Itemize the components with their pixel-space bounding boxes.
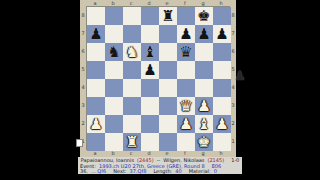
square-a8[interactable]	[87, 7, 105, 25]
square-d3[interactable]	[141, 97, 159, 115]
square-f1[interactable]	[177, 133, 195, 151]
event-value: 1993.ch U20 27th, Greece (GRE), Round 8	[99, 164, 205, 169]
rank-label-2: 2	[230, 114, 236, 132]
square-g3[interactable]: ♟	[195, 97, 213, 115]
white-knight: ♞	[125, 43, 138, 61]
square-c7[interactable]	[123, 25, 141, 43]
black-bishop: ♝	[143, 43, 156, 61]
eco-code: E06	[212, 164, 222, 169]
length-label: Length:	[153, 169, 172, 174]
black-pawn: ♟	[89, 25, 102, 43]
square-b3[interactable]	[105, 97, 123, 115]
rank-label-8: 8	[230, 6, 236, 24]
white-to-move-indicator	[76, 139, 83, 147]
next-label: Next:	[113, 169, 126, 174]
black-pawn: ♟	[215, 25, 228, 43]
board-frame: abcdefgh 87654321 ♜♚♟♟♟♟♞♞♝♛♟♛♟♟♟♝♟♜♚ 87…	[80, 0, 236, 157]
material-value: 0	[214, 169, 217, 174]
file-label-g: g	[194, 150, 212, 157]
square-a6[interactable]	[87, 43, 105, 61]
square-a3[interactable]	[87, 97, 105, 115]
square-b6[interactable]: ♞	[105, 43, 123, 61]
event-label: Event:	[80, 164, 96, 169]
white-pawn: ♟	[197, 97, 210, 115]
black-pawn: ♟	[197, 25, 210, 43]
square-h7[interactable]: ♟	[213, 25, 231, 43]
move-info-line: 36.... Qf6Next:37.Qf8Length:40Material:0	[78, 169, 242, 175]
white-queen: ♛	[179, 97, 192, 115]
black-rook: ♜	[161, 7, 174, 25]
square-f4[interactable]	[177, 79, 195, 97]
white-player-rating: (2445)	[137, 158, 154, 163]
square-f3[interactable]: ♛	[177, 97, 195, 115]
black-player-name: Wilgen, Nikolaas	[163, 158, 204, 163]
black-player-rating: (2145)	[207, 158, 224, 163]
file-label-e: e	[158, 150, 176, 157]
file-label-c: c	[122, 150, 140, 157]
square-h8[interactable]	[213, 7, 231, 25]
square-h2[interactable]: ♟	[213, 115, 231, 133]
square-a1[interactable]	[87, 133, 105, 151]
black-queen: ♛	[179, 43, 192, 61]
rank-label-6: 6	[230, 42, 236, 60]
square-d4[interactable]	[141, 79, 159, 97]
material-label: Material:	[189, 169, 211, 174]
black-pawn: ♟	[179, 25, 192, 43]
square-h3[interactable]	[213, 97, 231, 115]
square-g8[interactable]: ♚	[195, 7, 213, 25]
square-e5[interactable]	[159, 61, 177, 79]
white-pawn: ♟	[89, 115, 102, 133]
file-label-a: a	[86, 150, 104, 157]
square-d6[interactable]: ♝	[141, 43, 159, 61]
square-c1[interactable]: ♜	[123, 133, 141, 151]
players-separator: --	[157, 158, 161, 163]
game-result: 1-0	[231, 158, 239, 163]
square-b1[interactable]	[105, 133, 123, 151]
square-c5[interactable]	[123, 61, 141, 79]
black-pawn: ♟	[143, 61, 156, 79]
square-c3[interactable]	[123, 97, 141, 115]
black-knight: ♞	[107, 43, 120, 61]
square-b7[interactable]	[105, 25, 123, 43]
rank-label-1: 1	[230, 132, 236, 150]
file-label-h: h	[212, 150, 230, 157]
white-rook: ♜	[125, 133, 138, 151]
square-d7[interactable]	[141, 25, 159, 43]
square-c2[interactable]	[123, 115, 141, 133]
square-h6[interactable]	[213, 43, 231, 61]
white-pawn: ♟	[215, 115, 228, 133]
square-a4[interactable]	[87, 79, 105, 97]
square-f2[interactable]: ♟	[177, 115, 195, 133]
square-f8[interactable]	[177, 7, 195, 25]
game-caption: Papaioannou, Ioannis(2445)--Wilgen, Niko…	[78, 157, 242, 174]
square-e6[interactable]	[159, 43, 177, 61]
white-pawn: ♟	[179, 115, 192, 133]
square-a2[interactable]: ♟	[87, 115, 105, 133]
square-g1[interactable]: ♚	[195, 133, 213, 151]
square-e4[interactable]	[159, 79, 177, 97]
square-c4[interactable]	[123, 79, 141, 97]
file-label-f: f	[176, 150, 194, 157]
square-h5[interactable]	[213, 61, 231, 79]
square-f7[interactable]: ♟	[177, 25, 195, 43]
square-h4[interactable]	[213, 79, 231, 97]
square-e3[interactable]	[159, 97, 177, 115]
square-c6[interactable]: ♞	[123, 43, 141, 61]
square-g7[interactable]: ♟	[195, 25, 213, 43]
length-value: 40	[175, 169, 181, 174]
square-d5[interactable]: ♟	[141, 61, 159, 79]
square-d8[interactable]	[141, 7, 159, 25]
square-b5[interactable]	[105, 61, 123, 79]
file-label-b: b	[104, 150, 122, 157]
white-bishop: ♝	[197, 115, 210, 133]
square-a7[interactable]: ♟	[87, 25, 105, 43]
square-g5[interactable]	[195, 61, 213, 79]
chess-thumbnail: abcdefgh 87654321 ♜♚♟♟♟♟♞♞♝♛♟♛♟♟♟♝♟♜♚ 87…	[0, 0, 320, 180]
file-label-d: d	[140, 150, 158, 157]
square-d1[interactable]	[141, 133, 159, 151]
square-e7[interactable]	[159, 25, 177, 43]
chess-board: ♜♚♟♟♟♟♞♞♝♛♟♛♟♟♟♝♟♜♚	[86, 6, 230, 150]
rank-label-7: 7	[230, 24, 236, 42]
square-g6[interactable]	[195, 43, 213, 61]
square-h1[interactable]	[213, 133, 231, 151]
move-number-label: 36.	[80, 169, 88, 174]
white-king: ♚	[197, 133, 210, 151]
square-g4[interactable]	[195, 79, 213, 97]
square-g2[interactable]: ♝	[195, 115, 213, 133]
square-b4[interactable]	[105, 79, 123, 97]
rank-label-3: 3	[230, 96, 236, 114]
square-a5[interactable]	[87, 61, 105, 79]
square-b2[interactable]	[105, 115, 123, 133]
file-letters-bottom: abcdefgh	[86, 150, 230, 157]
black-pawn-material-icon: ♟	[234, 68, 246, 83]
last-move: ... Qf6	[91, 169, 106, 174]
square-e8[interactable]: ♜	[159, 7, 177, 25]
next-move: 37.Qf8	[130, 169, 147, 174]
square-b8[interactable]	[105, 7, 123, 25]
square-f5[interactable]	[177, 61, 195, 79]
square-c8[interactable]	[123, 7, 141, 25]
square-d2[interactable]	[141, 115, 159, 133]
square-f6[interactable]: ♛	[177, 43, 195, 61]
square-e2[interactable]	[159, 115, 177, 133]
square-e1[interactable]	[159, 133, 177, 151]
white-player-name: Papaioannou, Ioannis	[81, 158, 134, 163]
black-king: ♚	[197, 7, 210, 25]
